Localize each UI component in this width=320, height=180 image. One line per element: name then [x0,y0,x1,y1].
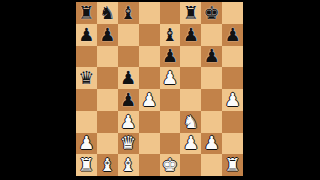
piece-white-rook[interactable]: ♜ [78,156,94,174]
piece-white-king[interactable]: ♚ [162,156,178,174]
square-d6[interactable] [139,46,160,68]
square-g4[interactable] [201,89,222,111]
square-a2[interactable]: ♟ [76,133,97,155]
piece-black-knight[interactable]: ♞ [99,4,115,22]
square-e3[interactable] [160,111,181,133]
piece-white-pawn[interactable]: ♟ [224,91,240,109]
square-g1[interactable] [201,154,222,176]
square-b8[interactable]: ♞ [97,2,118,24]
piece-white-pawn[interactable]: ♟ [120,113,136,131]
piece-white-bishop[interactable]: ♝ [120,156,136,174]
square-h1[interactable]: ♜ [222,154,243,176]
piece-white-bishop[interactable]: ♝ [99,156,115,174]
chess-board[interactable]: ♜♞♝♜♚♟♟♝♟♟♟♟♛♟♟♟♟♟♟♞♟♛♟♟♜♝♝♚♜ [76,2,243,176]
square-d2[interactable] [139,133,160,155]
left-letterbox [0,0,76,180]
square-h6[interactable] [222,46,243,68]
piece-white-rook[interactable]: ♜ [224,156,240,174]
square-h2[interactable] [222,133,243,155]
square-g5[interactable] [201,67,222,89]
square-d5[interactable] [139,67,160,89]
square-g3[interactable] [201,111,222,133]
square-f5[interactable] [180,67,201,89]
piece-white-pawn[interactable]: ♟ [78,134,94,152]
square-b7[interactable]: ♟ [97,24,118,46]
square-h8[interactable] [222,2,243,24]
square-d1[interactable] [139,154,160,176]
piece-white-pawn[interactable]: ♟ [141,91,157,109]
square-a8[interactable]: ♜ [76,2,97,24]
square-a5[interactable]: ♛ [76,67,97,89]
piece-white-pawn[interactable]: ♟ [162,69,178,87]
square-f2[interactable]: ♟ [180,133,201,155]
square-g6[interactable]: ♟ [201,46,222,68]
piece-white-queen[interactable]: ♛ [120,134,136,152]
piece-black-pawn[interactable]: ♟ [120,91,136,109]
square-d8[interactable] [139,2,160,24]
piece-black-pawn[interactable]: ♟ [204,47,220,65]
square-f4[interactable] [180,89,201,111]
piece-black-bishop[interactable]: ♝ [120,4,136,22]
piece-black-king[interactable]: ♚ [204,4,220,22]
square-d4[interactable]: ♟ [139,89,160,111]
square-c4[interactable]: ♟ [118,89,139,111]
square-f6[interactable] [180,46,201,68]
square-h4[interactable]: ♟ [222,89,243,111]
square-b2[interactable] [97,133,118,155]
square-a4[interactable] [76,89,97,111]
square-h3[interactable] [222,111,243,133]
piece-black-pawn[interactable]: ♟ [162,47,178,65]
piece-black-pawn[interactable]: ♟ [99,26,115,44]
square-c7[interactable] [118,24,139,46]
piece-black-pawn[interactable]: ♟ [120,69,136,87]
square-c8[interactable]: ♝ [118,2,139,24]
square-a3[interactable] [76,111,97,133]
square-e6[interactable]: ♟ [160,46,181,68]
square-c2[interactable]: ♛ [118,133,139,155]
square-f8[interactable]: ♜ [180,2,201,24]
square-h7[interactable]: ♟ [222,24,243,46]
piece-black-bishop[interactable]: ♝ [162,26,178,44]
piece-black-pawn[interactable]: ♟ [78,26,94,44]
piece-black-pawn[interactable]: ♟ [183,26,199,44]
piece-white-pawn[interactable]: ♟ [183,134,199,152]
piece-white-knight[interactable]: ♞ [183,113,199,131]
square-g7[interactable] [201,24,222,46]
piece-black-pawn[interactable]: ♟ [224,26,240,44]
square-e8[interactable] [160,2,181,24]
square-a1[interactable]: ♜ [76,154,97,176]
piece-black-rook[interactable]: ♜ [183,4,199,22]
square-b6[interactable] [97,46,118,68]
square-g8[interactable]: ♚ [201,2,222,24]
square-c3[interactable]: ♟ [118,111,139,133]
square-e7[interactable]: ♝ [160,24,181,46]
right-letterbox [243,0,320,180]
piece-black-rook[interactable]: ♜ [78,4,94,22]
square-c6[interactable] [118,46,139,68]
square-b5[interactable] [97,67,118,89]
square-d7[interactable] [139,24,160,46]
square-a6[interactable] [76,46,97,68]
square-f1[interactable] [180,154,201,176]
video-frame: ♜♞♝♜♚♟♟♝♟♟♟♟♛♟♟♟♟♟♟♞♟♛♟♟♜♝♝♚♜ [0,0,320,180]
piece-white-pawn[interactable]: ♟ [204,134,220,152]
square-a7[interactable]: ♟ [76,24,97,46]
piece-black-queen[interactable]: ♛ [78,69,94,87]
square-d3[interactable] [139,111,160,133]
square-b1[interactable]: ♝ [97,154,118,176]
square-b4[interactable] [97,89,118,111]
square-e2[interactable] [160,133,181,155]
square-c5[interactable]: ♟ [118,67,139,89]
square-h5[interactable] [222,67,243,89]
square-c1[interactable]: ♝ [118,154,139,176]
square-b3[interactable] [97,111,118,133]
square-e4[interactable] [160,89,181,111]
square-f7[interactable]: ♟ [180,24,201,46]
square-g2[interactable]: ♟ [201,133,222,155]
square-e1[interactable]: ♚ [160,154,181,176]
square-e5[interactable]: ♟ [160,67,181,89]
square-f3[interactable]: ♞ [180,111,201,133]
